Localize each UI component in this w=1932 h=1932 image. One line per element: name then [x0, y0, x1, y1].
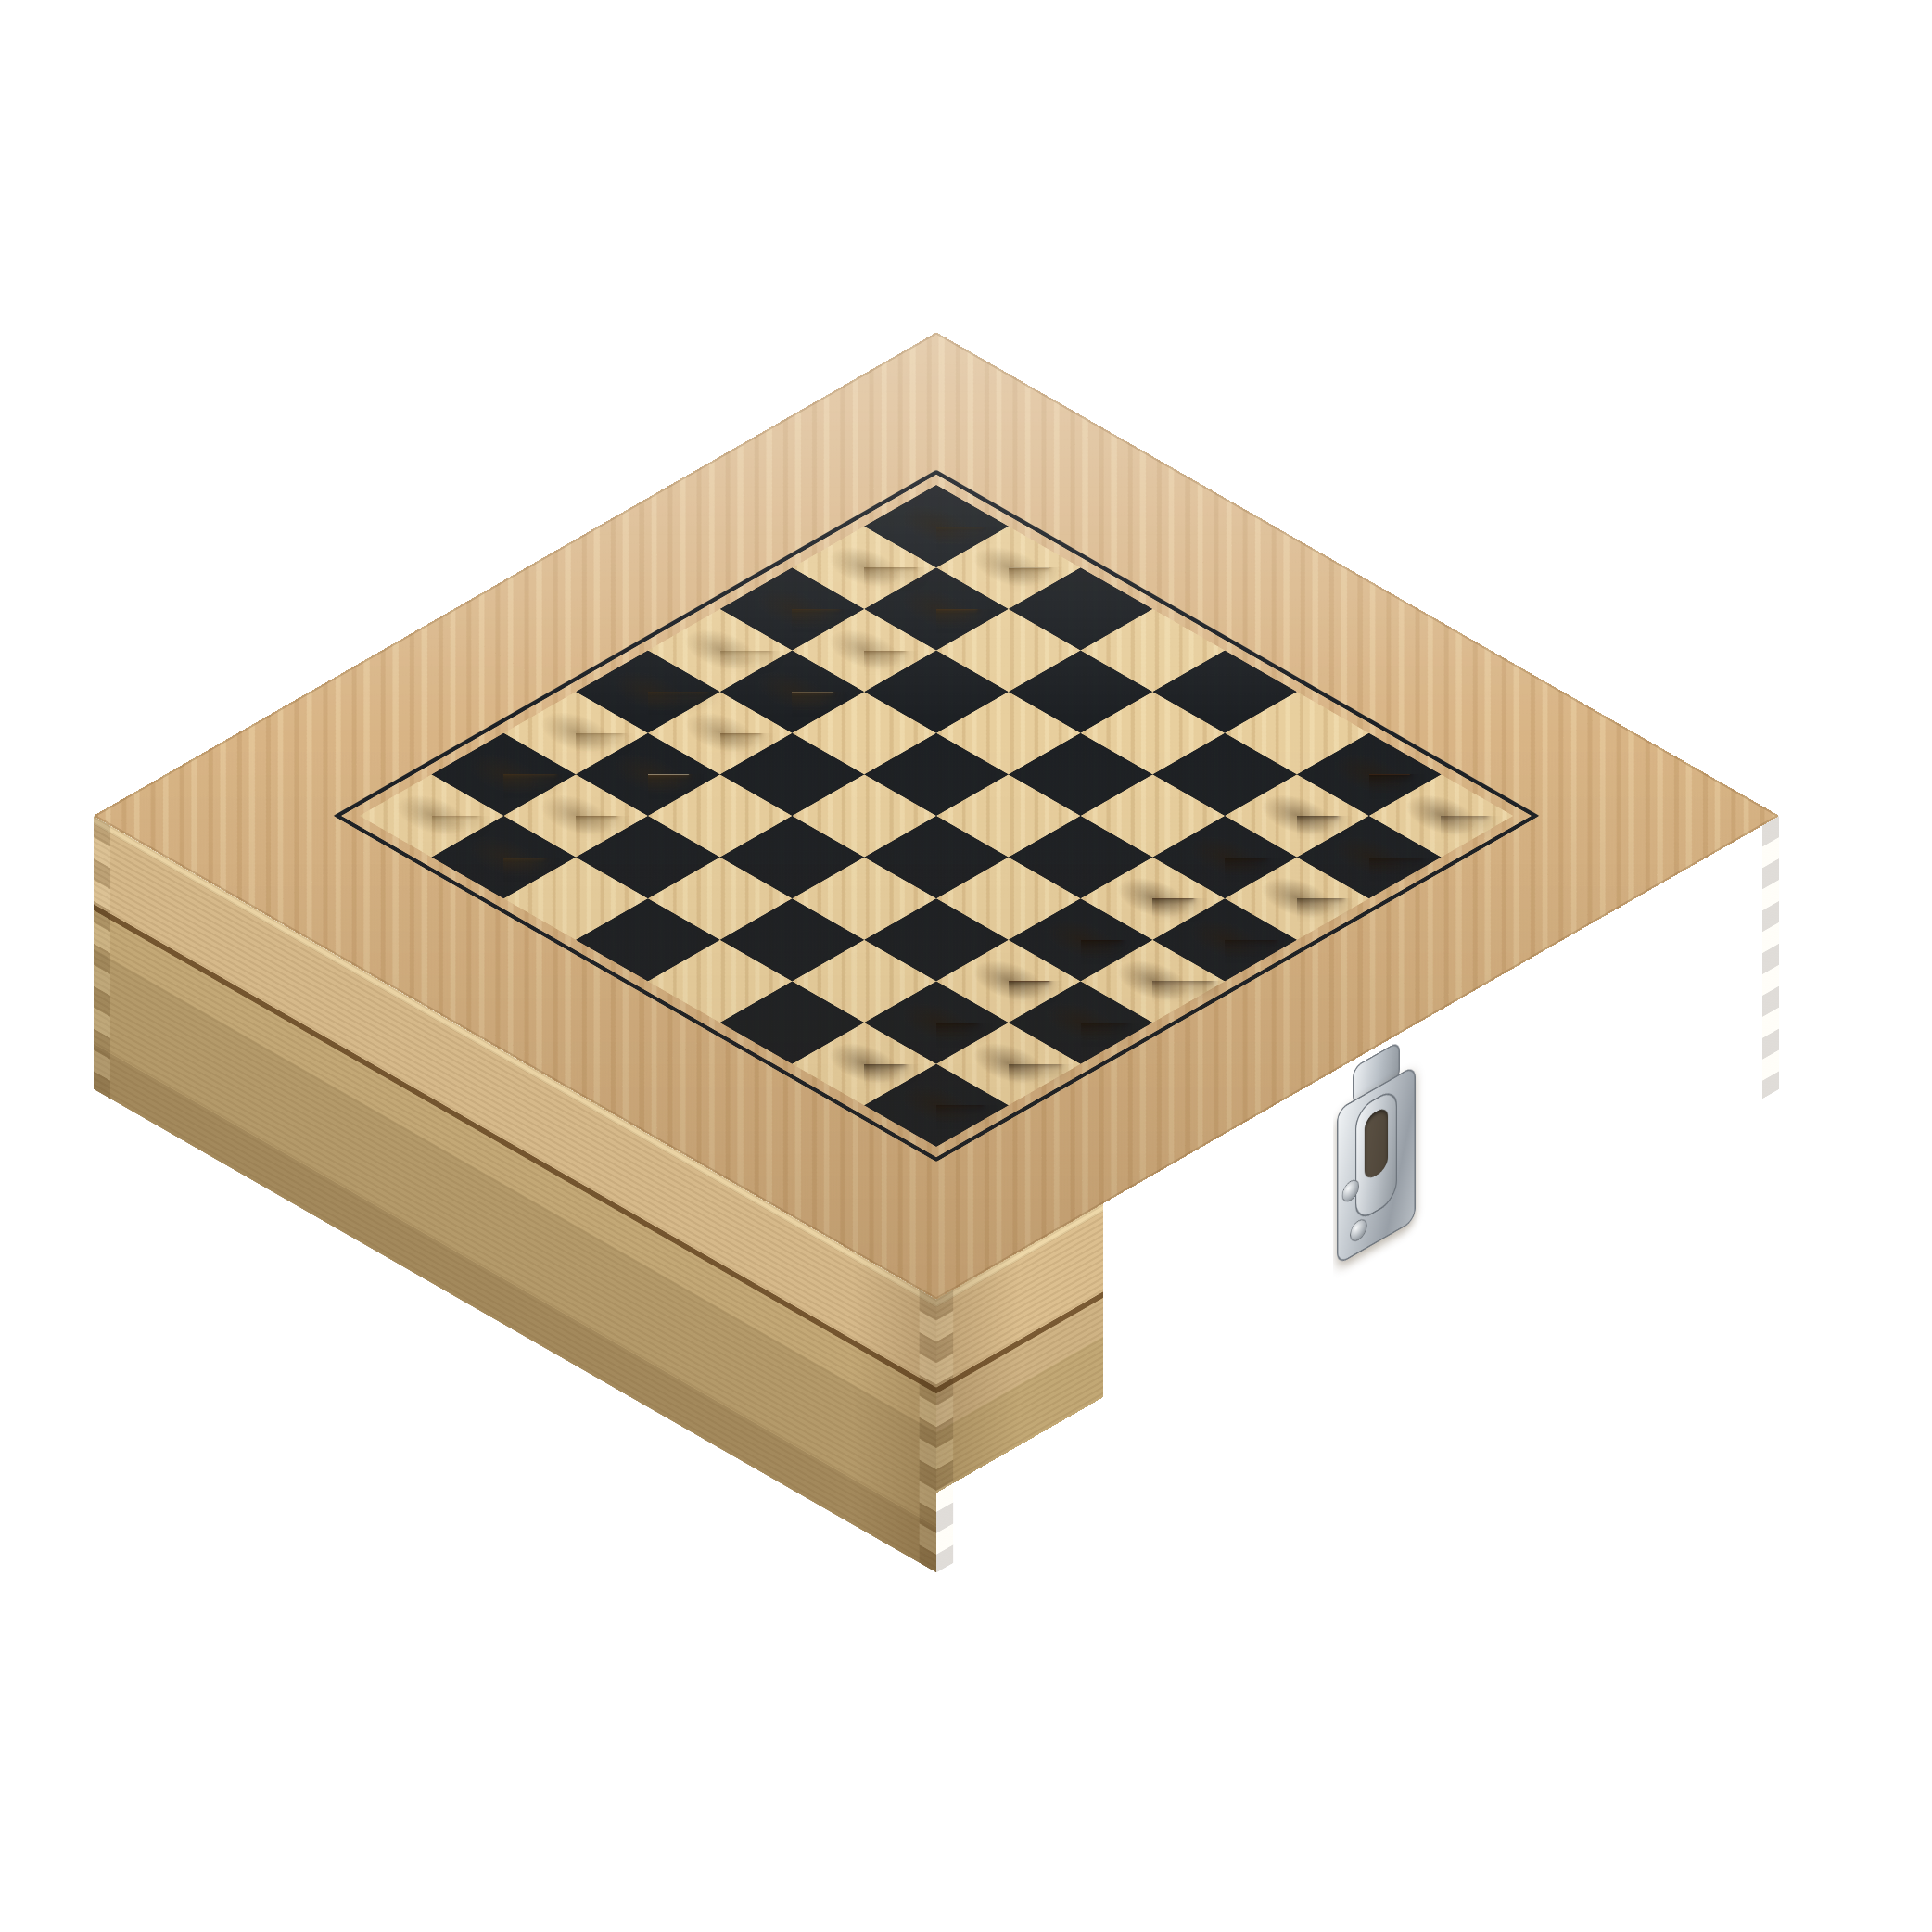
- bamboo-chess-box-lid: ♜ ♞ ♝ ♛ ♚ ♝ ♞ ♜ ♟ ♟ ♟ ♟ ♟ ♟ ♟ ♟ ♟ ♟ ♟ ♟ …: [94, 332, 1780, 1299]
- latch: [1333, 1028, 1421, 1270]
- black-rook-h8-glyph: ♜: [751, 963, 1122, 1130]
- product-photo-scene: ♜ ♞ ♝ ♛ ♚ ♝ ♞ ♜ ♟ ♟ ♟ ♟ ♟ ♟ ♟ ♟ ♟ ♟ ♟ ♟ …: [0, 0, 1932, 1932]
- white-pawn-h2-glyph: ♟: [318, 739, 689, 878]
